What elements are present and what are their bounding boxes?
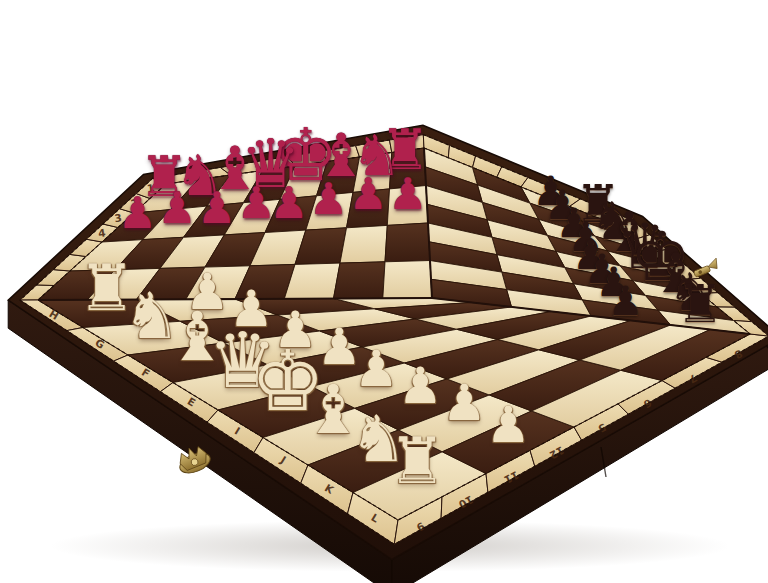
three-player-chess-photo: 4321HGFEIJKL91011125678 ♜♞♝♚♛♝♞♜♟♟♟♟♟♟♟♟… xyxy=(0,0,768,583)
red-pawn[interactable]: ♟ xyxy=(348,171,387,215)
board-cell[interactable] xyxy=(340,225,387,263)
red-pawn[interactable]: ♟ xyxy=(157,186,196,230)
red-pawn[interactable]: ♟ xyxy=(388,171,427,215)
board-cell[interactable] xyxy=(334,262,386,299)
red-pawn[interactable]: ♟ xyxy=(309,176,348,220)
white-rook[interactable]: ♜ xyxy=(388,430,445,494)
red-pawn[interactable]: ♟ xyxy=(118,191,157,235)
black-rook[interactable]: ♜ xyxy=(677,279,724,331)
red-pawn[interactable]: ♟ xyxy=(197,186,236,230)
black-pawn[interactable]: ♟ xyxy=(607,281,643,322)
white-pawn[interactable]: ♟ xyxy=(442,379,487,429)
red-pawn[interactable]: ♟ xyxy=(269,181,308,225)
board-cell[interactable] xyxy=(385,223,430,262)
white-pawn[interactable]: ♟ xyxy=(486,401,531,451)
board-cell[interactable] xyxy=(383,261,432,299)
